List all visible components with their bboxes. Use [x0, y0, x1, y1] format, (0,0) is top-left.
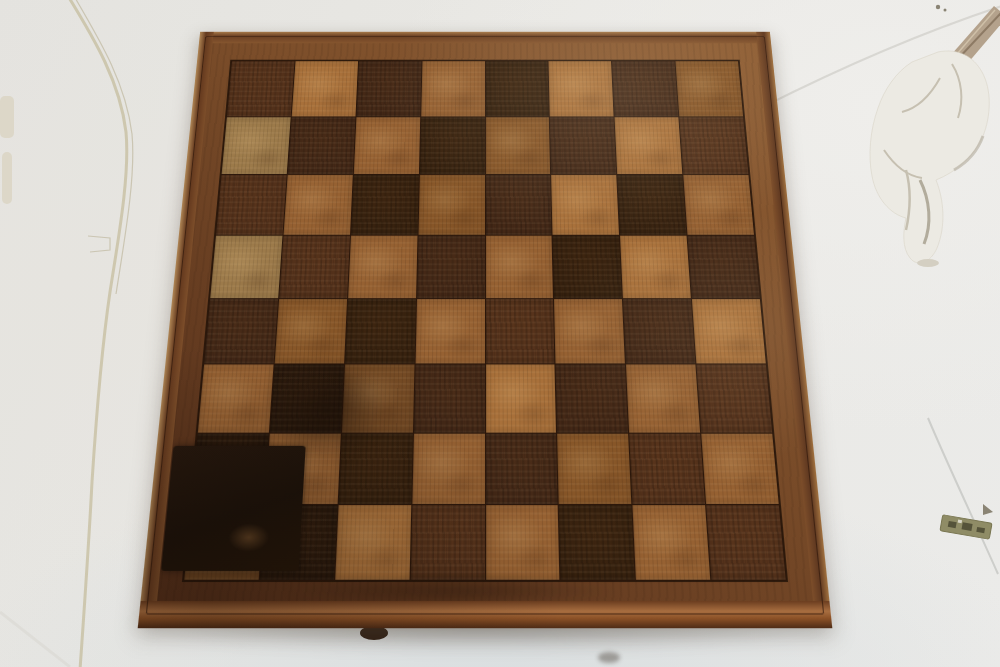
- board-square-d1: [410, 505, 484, 579]
- board-square-f5: [553, 236, 622, 298]
- board-square-c8: [356, 61, 421, 116]
- board-square-e1: [486, 505, 560, 579]
- board-square-e3: [486, 365, 557, 433]
- tape-scrap: [940, 515, 992, 539]
- repair-patch: [161, 446, 306, 571]
- board-square-f1: [559, 505, 635, 579]
- board-square-g4: [623, 299, 695, 364]
- board-square-g1: [633, 505, 711, 579]
- board-square-a7: [222, 117, 291, 174]
- board-square-h1: [706, 505, 785, 579]
- board-square-a8: [227, 61, 294, 116]
- board-square-g7: [615, 117, 683, 174]
- board-square-g8: [612, 61, 678, 116]
- board-square-d4: [415, 299, 484, 364]
- board-square-d6: [418, 175, 484, 235]
- floor-scuff: [0, 612, 70, 667]
- scene: [0, 0, 1000, 667]
- board-square-c4: [345, 299, 416, 364]
- floor-crack-notch: [88, 236, 110, 252]
- board-square-d2: [412, 433, 485, 504]
- cloth-tip-shadow: [917, 259, 939, 267]
- board-square-b6: [283, 175, 352, 235]
- board-square-h2: [701, 433, 778, 504]
- board-square-a6: [216, 175, 287, 235]
- board-square-b7: [288, 117, 356, 174]
- board-square-h3: [697, 365, 773, 433]
- board-square-e2: [486, 433, 559, 504]
- board-square-c6: [351, 175, 419, 235]
- board-square-f2: [557, 433, 631, 504]
- board-square-a5: [210, 236, 282, 298]
- board-square-b4: [275, 299, 347, 364]
- board-square-f6: [551, 175, 619, 235]
- board-square-b8: [292, 61, 358, 116]
- board-square-g5: [620, 236, 691, 298]
- board-square-f4: [554, 299, 625, 364]
- board-square-e4: [485, 299, 554, 364]
- board-square-e7: [485, 117, 550, 174]
- board-square-c7: [354, 117, 420, 174]
- floor-crack-line: [68, 0, 127, 667]
- board-square-g2: [629, 433, 705, 504]
- board-square-g6: [617, 175, 686, 235]
- board-square-c5: [348, 236, 417, 298]
- board-square-b5: [279, 236, 350, 298]
- cloth-and-pole: [840, 0, 1000, 330]
- board-square-f8: [549, 61, 614, 116]
- floor-seam-right: [928, 418, 998, 574]
- board-square-e5: [485, 236, 553, 298]
- board-square-h8: [676, 61, 743, 116]
- board-square-f7: [550, 117, 616, 174]
- board-square-d3: [414, 365, 485, 433]
- board-square-h5: [688, 236, 760, 298]
- floor-speck: [983, 504, 993, 515]
- board-square-c1: [335, 505, 411, 579]
- table-rim-top: [199, 32, 771, 44]
- games-table-top: [138, 32, 833, 628]
- board-square-a4: [204, 299, 278, 364]
- floor-chip: [0, 96, 14, 138]
- board-square-d8: [421, 61, 485, 116]
- floor-chip: [2, 152, 12, 204]
- board-square-h7: [679, 117, 748, 174]
- board-square-d7: [420, 117, 485, 174]
- board-square-e6: [485, 175, 551, 235]
- board-square-g3: [626, 365, 700, 433]
- table-rim-bottom: [138, 601, 833, 628]
- board-square-h6: [683, 175, 754, 235]
- table-foot-shadow: [598, 652, 620, 663]
- board-square-d5: [417, 236, 485, 298]
- board-square-e8: [485, 61, 549, 116]
- board-square-f3: [556, 365, 628, 433]
- board-square-a3: [198, 365, 274, 433]
- board-square-h4: [692, 299, 766, 364]
- floor-crack-edge: [74, 0, 133, 294]
